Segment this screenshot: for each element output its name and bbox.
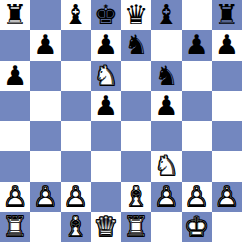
square-c5[interactable] <box>61 91 91 121</box>
square-f6[interactable]: ♞ <box>151 61 181 91</box>
piece-black-king[interactable]: ♚ <box>91 0 121 30</box>
square-a5[interactable] <box>0 91 30 121</box>
black-pawn-glyph: ♟ <box>91 30 121 60</box>
square-h2[interactable]: ♟♙ <box>212 182 242 212</box>
square-h5[interactable] <box>212 91 242 121</box>
square-e2[interactable]: ♝♗ <box>121 182 151 212</box>
square-a1[interactable]: ♜♖ <box>0 212 30 242</box>
white-pawn-outline: ♙ <box>30 182 60 212</box>
square-a7[interactable] <box>0 30 30 60</box>
square-c2[interactable]: ♟♙ <box>61 182 91 212</box>
black-king-glyph: ♚ <box>91 0 121 30</box>
square-b1[interactable] <box>30 212 60 242</box>
square-c1[interactable]: ♝♗ <box>61 212 91 242</box>
piece-black-pawn[interactable]: ♟ <box>151 91 181 121</box>
square-h1[interactable] <box>212 212 242 242</box>
piece-white-bishop[interactable]: ♝♗ <box>61 212 91 242</box>
piece-black-rook[interactable]: ♜ <box>212 0 242 30</box>
square-b8[interactable] <box>30 0 60 30</box>
white-pawn-outline: ♙ <box>151 182 181 212</box>
chess-board: ♜♝♚♛♝♜♟♟♞♟♟♟♞♘♞♟♟♞♘♟♙♟♙♟♙♝♗♟♙♟♙♟♙♜♖♝♗♛♕♜… <box>0 0 242 242</box>
white-pawn-outline: ♙ <box>61 182 91 212</box>
square-g8[interactable] <box>182 0 212 30</box>
square-g6[interactable] <box>182 61 212 91</box>
square-b7[interactable]: ♟ <box>30 30 60 60</box>
square-h8[interactable]: ♜ <box>212 0 242 30</box>
piece-black-knight[interactable]: ♞ <box>151 61 181 91</box>
square-g7[interactable]: ♟ <box>182 30 212 60</box>
square-b4[interactable] <box>30 121 60 151</box>
piece-black-pawn[interactable]: ♟ <box>182 30 212 60</box>
white-bishop-outline: ♗ <box>61 212 91 242</box>
square-e5[interactable] <box>121 91 151 121</box>
black-pawn-glyph: ♟ <box>0 61 30 91</box>
black-rook-glyph: ♜ <box>212 0 242 30</box>
square-f8[interactable]: ♝ <box>151 0 181 30</box>
piece-white-knight[interactable]: ♞♘ <box>151 151 181 181</box>
piece-black-knight[interactable]: ♞ <box>121 30 151 60</box>
white-king-outline: ♔ <box>182 212 212 242</box>
square-f4[interactable] <box>151 121 181 151</box>
square-a2[interactable]: ♟♙ <box>0 182 30 212</box>
square-f3[interactable]: ♞♘ <box>151 151 181 181</box>
square-c8[interactable]: ♝ <box>61 0 91 30</box>
piece-black-queen[interactable]: ♛ <box>121 0 151 30</box>
white-pawn-outline: ♙ <box>0 182 30 212</box>
black-pawn-glyph: ♟ <box>182 30 212 60</box>
piece-white-pawn[interactable]: ♟♙ <box>30 182 60 212</box>
square-c7[interactable] <box>61 30 91 60</box>
square-e4[interactable] <box>121 121 151 151</box>
square-d8[interactable]: ♚ <box>91 0 121 30</box>
square-d7[interactable]: ♟ <box>91 30 121 60</box>
piece-white-pawn[interactable]: ♟♙ <box>61 182 91 212</box>
square-e1[interactable]: ♜♖ <box>121 212 151 242</box>
black-bishop-glyph: ♝ <box>151 0 181 30</box>
square-c4[interactable] <box>61 121 91 151</box>
square-h3[interactable] <box>212 151 242 181</box>
square-h7[interactable]: ♟ <box>212 30 242 60</box>
piece-white-queen[interactable]: ♛♕ <box>91 212 121 242</box>
white-pawn-outline: ♙ <box>182 182 212 212</box>
square-g5[interactable] <box>182 91 212 121</box>
square-b2[interactable]: ♟♙ <box>30 182 60 212</box>
square-d2[interactable] <box>91 182 121 212</box>
square-c3[interactable] <box>61 151 91 181</box>
square-e3[interactable] <box>121 151 151 181</box>
black-pawn-glyph: ♟ <box>151 91 181 121</box>
white-queen-outline: ♕ <box>91 212 121 242</box>
square-a8[interactable]: ♜ <box>0 0 30 30</box>
black-rook-glyph: ♜ <box>0 0 30 30</box>
piece-white-pawn[interactable]: ♟♙ <box>0 182 30 212</box>
square-h4[interactable] <box>212 121 242 151</box>
square-f1[interactable] <box>151 212 181 242</box>
white-pawn-outline: ♙ <box>212 182 242 212</box>
black-knight-glyph: ♞ <box>121 30 151 60</box>
square-d6[interactable]: ♞♘ <box>91 61 121 91</box>
black-pawn-glyph: ♟ <box>30 30 60 60</box>
square-a3[interactable] <box>0 151 30 181</box>
piece-white-king[interactable]: ♚♔ <box>182 212 212 242</box>
square-b6[interactable] <box>30 61 60 91</box>
black-knight-glyph: ♞ <box>151 61 181 91</box>
square-e7[interactable]: ♞ <box>121 30 151 60</box>
square-a4[interactable] <box>0 121 30 151</box>
square-d1[interactable]: ♛♕ <box>91 212 121 242</box>
square-g3[interactable] <box>182 151 212 181</box>
square-b5[interactable] <box>30 91 60 121</box>
piece-white-rook[interactable]: ♜♖ <box>0 212 30 242</box>
square-h6[interactable] <box>212 61 242 91</box>
square-f7[interactable] <box>151 30 181 60</box>
square-d5[interactable]: ♟ <box>91 91 121 121</box>
piece-black-pawn[interactable]: ♟ <box>30 30 60 60</box>
square-f5[interactable]: ♟ <box>151 91 181 121</box>
piece-black-pawn[interactable]: ♟ <box>91 30 121 60</box>
square-d4[interactable] <box>91 121 121 151</box>
piece-white-bishop[interactable]: ♝♗ <box>121 182 151 212</box>
white-bishop-outline: ♗ <box>121 182 151 212</box>
square-g2[interactable]: ♟♙ <box>182 182 212 212</box>
piece-white-rook[interactable]: ♜♖ <box>121 212 151 242</box>
piece-white-pawn[interactable]: ♟♙ <box>212 182 242 212</box>
square-a6[interactable]: ♟ <box>0 61 30 91</box>
black-pawn-glyph: ♟ <box>212 30 242 60</box>
white-knight-outline: ♘ <box>151 151 181 181</box>
square-g1[interactable]: ♚♔ <box>182 212 212 242</box>
black-pawn-glyph: ♟ <box>91 91 121 121</box>
piece-black-pawn[interactable]: ♟ <box>91 91 121 121</box>
piece-black-bishop[interactable]: ♝ <box>61 0 91 30</box>
square-g4[interactable] <box>182 121 212 151</box>
square-b3[interactable] <box>30 151 60 181</box>
piece-black-rook[interactable]: ♜ <box>0 0 30 30</box>
white-knight-outline: ♘ <box>91 61 121 91</box>
piece-black-bishop[interactable]: ♝ <box>151 0 181 30</box>
black-queen-glyph: ♛ <box>121 0 151 30</box>
square-e6[interactable] <box>121 61 151 91</box>
square-e8[interactable]: ♛ <box>121 0 151 30</box>
piece-black-pawn[interactable]: ♟ <box>0 61 30 91</box>
square-c6[interactable] <box>61 61 91 91</box>
white-rook-outline: ♖ <box>121 212 151 242</box>
black-bishop-glyph: ♝ <box>61 0 91 30</box>
white-rook-outline: ♖ <box>0 212 30 242</box>
piece-white-knight[interactable]: ♞♘ <box>91 61 121 91</box>
piece-white-pawn[interactable]: ♟♙ <box>182 182 212 212</box>
piece-white-pawn[interactable]: ♟♙ <box>151 182 181 212</box>
square-d3[interactable] <box>91 151 121 181</box>
piece-black-pawn[interactable]: ♟ <box>212 30 242 60</box>
square-f2[interactable]: ♟♙ <box>151 182 181 212</box>
